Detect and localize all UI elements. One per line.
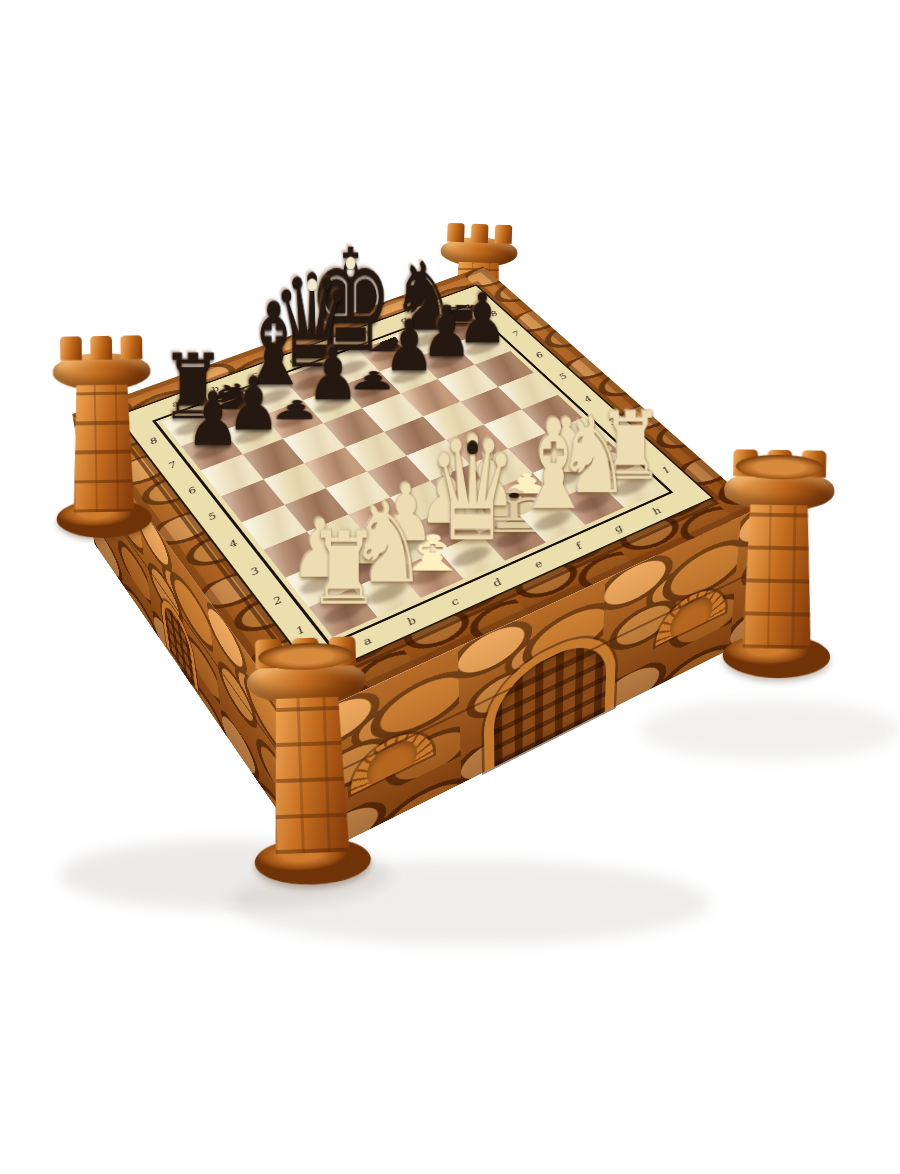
piece-glyph: ♜ [266, 517, 421, 619]
sun-arch-carving [656, 578, 728, 646]
tower-shaft [72, 384, 135, 512]
side-gate-arch [158, 588, 198, 692]
castle-tower-right [721, 449, 835, 707]
tower-crenellation [52, 335, 150, 360]
tower-shaft [742, 504, 813, 649]
castle-tower-near [246, 636, 374, 917]
portcullis-gate [483, 617, 617, 772]
castle-tower-left [52, 335, 153, 563]
tower-shaft [270, 696, 349, 854]
finial-tip [467, 440, 478, 454]
